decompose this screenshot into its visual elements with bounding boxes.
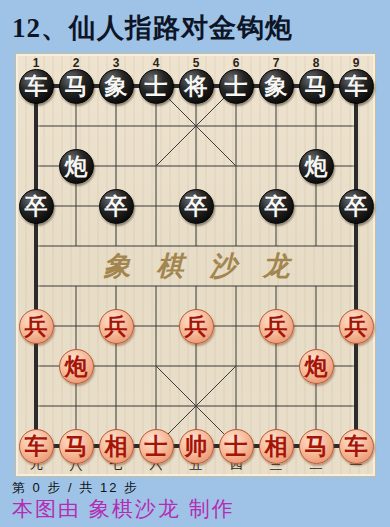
file-label-top-4: 4	[136, 56, 176, 70]
black-piece-车-c9r1[interactable]: 车	[339, 69, 374, 104]
file-label-top-6: 6	[216, 56, 256, 70]
black-piece-炮-c2r3[interactable]: 炮	[59, 149, 94, 184]
piece-character: 马	[65, 75, 88, 98]
red-piece-炮-c2r8[interactable]: 炮	[59, 349, 94, 384]
file-label-top-8: 8	[296, 56, 336, 70]
black-piece-卒-c7r4[interactable]: 卒	[259, 189, 294, 224]
file-label-top-3: 3	[96, 56, 136, 70]
river-watermark: 象棋沙龙	[56, 244, 337, 288]
black-piece-士-c4r1[interactable]: 士	[139, 69, 174, 104]
red-piece-兵-c9r7[interactable]: 兵	[339, 309, 374, 344]
piece-character: 车	[25, 435, 48, 458]
page: 12、仙人指路对金钩炮	[0, 0, 390, 527]
piece-character: 士	[145, 435, 168, 458]
piece-character: 兵	[25, 315, 48, 338]
black-piece-将-c5r1[interactable]: 将	[179, 69, 214, 104]
credit-text: 本图由 象棋沙龙 制作	[12, 495, 235, 523]
piece-character: 车	[345, 435, 368, 458]
red-piece-帅-c5r10[interactable]: 帅	[179, 429, 214, 464]
black-piece-卒-c3r4[interactable]: 卒	[99, 189, 134, 224]
piece-character: 马	[305, 75, 328, 98]
red-piece-士-c4r10[interactable]: 士	[139, 429, 174, 464]
piece-character: 士	[145, 75, 168, 98]
red-piece-兵-c5r7[interactable]: 兵	[179, 309, 214, 344]
red-piece-马-c8r10[interactable]: 马	[299, 429, 334, 464]
piece-character: 帅	[185, 435, 208, 458]
red-piece-马-c2r10[interactable]: 马	[59, 429, 94, 464]
piece-character: 兵	[345, 315, 368, 338]
board[interactable]: 123456789 九八七六五四三二一 象棋沙龙 车马象士将士象马车炮炮卒卒卒卒…	[15, 53, 376, 477]
piece-character: 炮	[65, 355, 88, 378]
piece-character: 将	[185, 75, 208, 98]
black-piece-马-c2r1[interactable]: 马	[59, 69, 94, 104]
page-title: 12、仙人指路对金钩炮	[12, 8, 384, 48]
red-piece-炮-c8r8[interactable]: 炮	[299, 349, 334, 384]
red-piece-兵-c1r7[interactable]: 兵	[19, 309, 54, 344]
file-label-top-9: 9	[336, 56, 376, 70]
piece-character: 相	[265, 435, 288, 458]
piece-character: 相	[105, 435, 128, 458]
piece-character: 象	[105, 75, 128, 98]
red-piece-士-c6r10[interactable]: 士	[219, 429, 254, 464]
piece-character: 炮	[65, 155, 88, 178]
red-piece-兵-c3r7[interactable]: 兵	[99, 309, 134, 344]
piece-character: 卒	[25, 195, 48, 218]
file-label-top-7: 7	[256, 56, 296, 70]
piece-character: 象	[265, 75, 288, 98]
piece-character: 车	[25, 75, 48, 98]
piece-character: 士	[225, 435, 248, 458]
piece-character: 车	[345, 75, 368, 98]
piece-character: 兵	[265, 315, 288, 338]
piece-character: 卒	[265, 195, 288, 218]
black-piece-卒-c1r4[interactable]: 卒	[19, 189, 54, 224]
file-label-top-1: 1	[16, 56, 56, 70]
black-piece-车-c1r1[interactable]: 车	[19, 69, 54, 104]
red-piece-相-c7r10[interactable]: 相	[259, 429, 294, 464]
file-label-top-2: 2	[56, 56, 96, 70]
black-piece-炮-c8r3[interactable]: 炮	[299, 149, 334, 184]
file-label-top-5: 5	[176, 56, 216, 70]
black-piece-象-c7r1[interactable]: 象	[259, 69, 294, 104]
red-piece-车-c9r10[interactable]: 车	[339, 429, 374, 464]
black-piece-马-c8r1[interactable]: 马	[299, 69, 334, 104]
piece-character: 兵	[105, 315, 128, 338]
piece-character: 卒	[185, 195, 208, 218]
black-piece-卒-c9r4[interactable]: 卒	[339, 189, 374, 224]
piece-character: 炮	[305, 155, 328, 178]
piece-character: 兵	[185, 315, 208, 338]
piece-character: 士	[225, 75, 248, 98]
red-piece-相-c3r10[interactable]: 相	[99, 429, 134, 464]
black-piece-士-c6r1[interactable]: 士	[219, 69, 254, 104]
red-piece-车-c1r10[interactable]: 车	[19, 429, 54, 464]
piece-character: 马	[65, 435, 88, 458]
black-piece-象-c3r1[interactable]: 象	[99, 69, 134, 104]
red-piece-兵-c7r7[interactable]: 兵	[259, 309, 294, 344]
piece-character: 炮	[305, 355, 328, 378]
piece-character: 卒	[105, 195, 128, 218]
piece-character: 马	[305, 435, 328, 458]
black-piece-卒-c5r4[interactable]: 卒	[179, 189, 214, 224]
piece-character: 卒	[345, 195, 368, 218]
